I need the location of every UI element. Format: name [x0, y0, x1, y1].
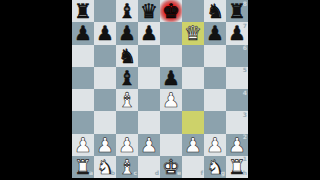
- coordinate-file-f: f: [200, 170, 203, 176]
- square-b1[interactable]: ♞b: [94, 156, 116, 178]
- piece-white-pawn[interactable]: ♟: [162, 90, 180, 110]
- square-a1[interactable]: ♜a: [72, 156, 94, 178]
- piece-black-bishop[interactable]: ♝: [118, 1, 136, 21]
- piece-black-pawn[interactable]: ♟: [118, 23, 136, 43]
- piece-black-bishop[interactable]: ♝: [118, 68, 136, 88]
- square-e7[interactable]: [160, 22, 182, 44]
- square-c7[interactable]: ♟: [116, 22, 138, 44]
- square-a5[interactable]: [72, 67, 94, 89]
- square-a3[interactable]: [72, 111, 94, 133]
- square-f1[interactable]: f: [182, 156, 204, 178]
- piece-white-pawn[interactable]: ♟: [228, 135, 246, 155]
- square-g1[interactable]: ♞g: [204, 156, 226, 178]
- piece-white-pawn[interactable]: ♟: [140, 135, 158, 155]
- piece-white-pawn[interactable]: ♟: [74, 135, 92, 155]
- piece-white-rook[interactable]: ♜: [74, 157, 92, 177]
- square-g4[interactable]: [204, 89, 226, 111]
- square-f3[interactable]: [182, 111, 204, 133]
- coordinate-rank-4: 4: [243, 90, 247, 96]
- piece-white-knight[interactable]: ♞: [96, 157, 114, 177]
- square-d8[interactable]: ♛: [138, 0, 160, 22]
- square-b4[interactable]: [94, 89, 116, 111]
- square-e8[interactable]: ♚: [160, 0, 182, 22]
- piece-black-pawn[interactable]: ♟: [74, 23, 92, 43]
- piece-white-pawn[interactable]: ♟: [184, 135, 202, 155]
- square-b7[interactable]: ♟: [94, 22, 116, 44]
- piece-black-knight[interactable]: ♞: [118, 46, 136, 66]
- piece-white-pawn[interactable]: ♟: [206, 135, 224, 155]
- piece-black-pawn[interactable]: ♟: [206, 23, 224, 43]
- piece-black-pawn[interactable]: ♟: [140, 23, 158, 43]
- square-b5[interactable]: [94, 67, 116, 89]
- square-h3[interactable]: 3: [226, 111, 248, 133]
- piece-white-rook[interactable]: ♜: [228, 157, 246, 177]
- piece-black-queen[interactable]: ♛: [140, 1, 158, 21]
- square-f2[interactable]: ♟: [182, 134, 204, 156]
- square-d1[interactable]: d: [138, 156, 160, 178]
- coordinate-file-d: d: [155, 170, 159, 176]
- piece-black-pawn[interactable]: ♟: [162, 68, 180, 88]
- square-f6[interactable]: [182, 45, 204, 67]
- square-d7[interactable]: ♟: [138, 22, 160, 44]
- square-d2[interactable]: ♟: [138, 134, 160, 156]
- piece-white-pawn[interactable]: ♟: [96, 135, 114, 155]
- square-d4[interactable]: [138, 89, 160, 111]
- square-a7[interactable]: ♟: [72, 22, 94, 44]
- piece-white-bishop[interactable]: ♝: [118, 90, 136, 110]
- square-c2[interactable]: ♟: [116, 134, 138, 156]
- square-a6[interactable]: [72, 45, 94, 67]
- square-f8[interactable]: [182, 0, 204, 22]
- chess-board: ♜♝♛♚♞♜8♟♟♟♟♛♟♟7♞6♝♟5♝♟43♟♟♟♟♟♟♟2♜a♞b♝cd♚…: [72, 0, 248, 178]
- square-h4[interactable]: 4: [226, 89, 248, 111]
- square-h7[interactable]: ♟7: [226, 22, 248, 44]
- piece-black-pawn[interactable]: ♟: [96, 23, 114, 43]
- coordinate-rank-3: 3: [243, 112, 247, 118]
- square-a2[interactable]: ♟: [72, 134, 94, 156]
- square-g2[interactable]: ♟: [204, 134, 226, 156]
- square-c4[interactable]: ♝: [116, 89, 138, 111]
- square-h5[interactable]: 5: [226, 67, 248, 89]
- square-c8[interactable]: ♝: [116, 0, 138, 22]
- piece-black-pawn[interactable]: ♟: [228, 23, 246, 43]
- square-e4[interactable]: ♟: [160, 89, 182, 111]
- square-g6[interactable]: [204, 45, 226, 67]
- piece-white-bishop[interactable]: ♝: [118, 157, 136, 177]
- square-e6[interactable]: [160, 45, 182, 67]
- square-c1[interactable]: ♝c: [116, 156, 138, 178]
- square-h1[interactable]: ♜1h: [226, 156, 248, 178]
- square-c5[interactable]: ♝: [116, 67, 138, 89]
- square-e5[interactable]: ♟: [160, 67, 182, 89]
- square-h8[interactable]: ♜8: [226, 0, 248, 22]
- piece-white-pawn[interactable]: ♟: [118, 135, 136, 155]
- square-g8[interactable]: ♞: [204, 0, 226, 22]
- square-d6[interactable]: [138, 45, 160, 67]
- piece-black-knight[interactable]: ♞: [206, 1, 224, 21]
- square-b8[interactable]: [94, 0, 116, 22]
- piece-white-queen[interactable]: ♛: [184, 23, 202, 43]
- piece-white-knight[interactable]: ♞: [206, 157, 224, 177]
- square-b2[interactable]: ♟: [94, 134, 116, 156]
- square-g7[interactable]: ♟: [204, 22, 226, 44]
- coordinate-rank-5: 5: [243, 67, 247, 73]
- piece-black-king[interactable]: ♚: [162, 1, 180, 21]
- square-a8[interactable]: ♜: [72, 0, 94, 22]
- square-c3[interactable]: [116, 111, 138, 133]
- square-e2[interactable]: [160, 134, 182, 156]
- square-h2[interactable]: ♟2: [226, 134, 248, 156]
- square-d3[interactable]: [138, 111, 160, 133]
- video-frame: ♜♝♛♚♞♜8♟♟♟♟♛♟♟7♞6♝♟5♝♟43♟♟♟♟♟♟♟2♜a♞b♝cd♚…: [0, 0, 320, 180]
- square-h6[interactable]: 6: [226, 45, 248, 67]
- square-f4[interactable]: [182, 89, 204, 111]
- square-f7[interactable]: ♛: [182, 22, 204, 44]
- square-g5[interactable]: [204, 67, 226, 89]
- piece-black-rook[interactable]: ♜: [228, 1, 246, 21]
- coordinate-rank-6: 6: [243, 45, 247, 51]
- piece-black-rook[interactable]: ♜: [74, 1, 92, 21]
- square-b6[interactable]: [94, 45, 116, 67]
- square-f5[interactable]: [182, 67, 204, 89]
- square-c6[interactable]: ♞: [116, 45, 138, 67]
- square-a4[interactable]: [72, 89, 94, 111]
- square-g3[interactable]: [204, 111, 226, 133]
- square-e3[interactable]: [160, 111, 182, 133]
- square-e1[interactable]: ♚e: [160, 156, 182, 178]
- square-b3[interactable]: [94, 111, 116, 133]
- piece-white-king[interactable]: ♚: [162, 157, 180, 177]
- square-d5[interactable]: [138, 67, 160, 89]
